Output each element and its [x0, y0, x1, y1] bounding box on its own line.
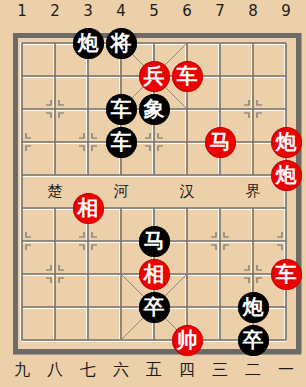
piece-red-elephant[interactable]: 相	[139, 259, 170, 290]
piece-red-cannon[interactable]: 炮	[271, 160, 302, 191]
file-label-top-2: 2	[39, 2, 71, 20]
file-label-bottom-9: 一	[270, 360, 302, 381]
file-label-top-4: 4	[105, 2, 137, 20]
piece-black-cannon[interactable]: 炮	[73, 28, 104, 59]
file-label-bottom-4: 六	[105, 360, 137, 381]
file-label-top-9: 9	[270, 2, 302, 20]
xiangqi-board: 123456789九八七六五四三二一楚河汉界炮将兵车车象车马炮炮相马相车卒炮帅卒	[0, 0, 306, 387]
piece-black-horse[interactable]: 马	[139, 226, 170, 257]
file-label-bottom-1: 九	[6, 360, 38, 381]
piece-black-soldier[interactable]: 卒	[139, 292, 170, 323]
piece-red-elephant[interactable]: 相	[73, 193, 104, 224]
file-label-bottom-8: 二	[237, 360, 269, 381]
file-label-bottom-6: 四	[171, 360, 203, 381]
file-label-bottom-5: 五	[138, 360, 170, 381]
river-text-char: 楚	[39, 182, 71, 201]
file-label-top-8: 8	[237, 2, 269, 20]
piece-red-soldier[interactable]: 兵	[139, 61, 170, 92]
piece-red-horse[interactable]: 马	[205, 127, 236, 158]
file-label-bottom-7: 三	[204, 360, 236, 381]
piece-black-cannon[interactable]: 炮	[238, 292, 269, 323]
piece-red-chariot[interactable]: 车	[271, 259, 302, 290]
piece-black-soldier[interactable]: 卒	[238, 325, 269, 356]
piece-black-chariot[interactable]: 车	[106, 127, 137, 158]
file-label-bottom-3: 七	[72, 360, 104, 381]
file-label-top-6: 6	[171, 2, 203, 20]
piece-red-cannon[interactable]: 炮	[271, 127, 302, 158]
piece-black-chariot[interactable]: 车	[106, 94, 137, 125]
file-label-top-5: 5	[138, 2, 170, 20]
river-text-char: 汉	[171, 182, 203, 201]
piece-black-general[interactable]: 将	[106, 28, 137, 59]
piece-red-general[interactable]: 帅	[172, 325, 203, 356]
piece-red-chariot[interactable]: 车	[172, 61, 203, 92]
river-text-char: 河	[105, 182, 137, 201]
file-label-top-7: 7	[204, 2, 236, 20]
river-text-char: 界	[237, 182, 269, 201]
file-label-top-3: 3	[72, 2, 104, 20]
file-label-top-1: 1	[6, 2, 38, 20]
piece-black-elephant[interactable]: 象	[139, 94, 170, 125]
file-label-bottom-2: 八	[39, 360, 71, 381]
